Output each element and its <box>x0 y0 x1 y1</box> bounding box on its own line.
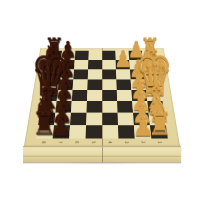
board-square-b4 <box>102 113 118 125</box>
piece-white-rook: ♜ <box>147 108 172 140</box>
board-square-e4 <box>102 79 117 90</box>
chess-set-photo: ♜♟♟♜♞♟♟♞♝♟♟♝♚♟♟♚♛♟♟♛♝♟♟♝♞♟♟♞♜♟♟♜ 8765432… <box>0 0 200 200</box>
board-square-d2: ♟ <box>131 90 147 101</box>
board-square-f4 <box>102 69 116 79</box>
board-square-d8: ♛ <box>42 90 58 101</box>
board-square-h6 <box>75 51 89 60</box>
board-square-c7: ♟ <box>55 101 71 113</box>
board-square-h3 <box>115 51 129 60</box>
board-square-e5 <box>87 79 102 90</box>
board-square-f1: ♝ <box>144 69 159 79</box>
board-square-e1: ♚ <box>145 79 161 90</box>
board-square-h2: ♟ <box>129 51 143 60</box>
board-square-h4 <box>102 51 116 60</box>
board-square-d4 <box>102 90 117 101</box>
chess-board: ♜♟♟♜♞♟♟♞♝♟♟♝♚♟♟♚♛♟♟♛♝♟♟♝♞♟♟♞♜♟♟♜ 8765432… <box>24 48 180 146</box>
board-square-e2: ♟ <box>131 79 146 90</box>
board-square-f8: ♝ <box>45 69 60 79</box>
board-square-e3 <box>116 79 131 90</box>
board-square-f2: ♟ <box>130 69 145 79</box>
board-square-e8: ♚ <box>43 79 59 90</box>
board-square-f6 <box>73 69 88 79</box>
board-square-f7: ♟ <box>59 69 74 79</box>
board-square-d1: ♛ <box>146 90 162 101</box>
rim-edge-line <box>23 156 181 157</box>
piece-white-rook: ♜ <box>140 35 160 61</box>
board-square-b3 <box>118 113 134 125</box>
board-square-e7: ♟ <box>58 79 73 90</box>
board-square-b8: ♞ <box>38 113 55 125</box>
board-square-a2: ♟ <box>134 125 151 138</box>
board-square-a3 <box>118 125 135 138</box>
board-square-b2: ♟ <box>133 113 150 125</box>
board-square-f5 <box>88 69 102 79</box>
board-square-b6 <box>70 113 86 125</box>
board-square-b1: ♞ <box>149 113 166 125</box>
board-square-h7: ♟ <box>61 51 75 60</box>
board-square-c2: ♟ <box>132 101 148 113</box>
board-square-f3 <box>116 69 131 79</box>
board-square-g7: ♟ <box>60 60 75 70</box>
board-square-h5 <box>88 51 102 60</box>
board-square-g4 <box>102 60 116 70</box>
board-square-c8: ♝ <box>40 101 57 113</box>
board-square-d7: ♟ <box>57 90 73 101</box>
board-square-a4 <box>102 125 118 138</box>
board-square-d6 <box>72 90 88 101</box>
board-square-a7: ♟ <box>53 125 70 138</box>
board-square-g1: ♞ <box>143 60 158 70</box>
board-square-c3 <box>117 101 133 113</box>
board-square-d5 <box>87 90 102 101</box>
board-square-h1: ♜ <box>142 51 157 60</box>
board-square-a1: ♜ <box>150 125 168 138</box>
board-square-g6 <box>74 60 88 70</box>
board-square-g2 <box>129 60 144 70</box>
board-square-g8: ♞ <box>46 60 61 70</box>
piece-black-rook: ♜ <box>32 108 57 140</box>
board-front-rim <box>23 146 181 162</box>
board-square-d3 <box>117 90 133 101</box>
board-square-c6 <box>71 101 87 113</box>
board-square-b7: ♟ <box>54 113 71 125</box>
board-square-a6 <box>69 125 86 138</box>
rim-fold-seam <box>102 147 103 162</box>
board-square-h8: ♜ <box>47 51 62 60</box>
board-square-e6 <box>73 79 88 90</box>
board-square-c5 <box>86 101 102 113</box>
board-square-b5 <box>86 113 102 125</box>
board-square-a8: ♜ <box>36 125 54 138</box>
board-square-g5 <box>88 60 102 70</box>
board-square-a5 <box>86 125 102 138</box>
board-square-g3: ♟ <box>116 60 130 70</box>
board-square-c4 <box>102 101 118 113</box>
board-square-c1: ♝ <box>147 101 164 113</box>
